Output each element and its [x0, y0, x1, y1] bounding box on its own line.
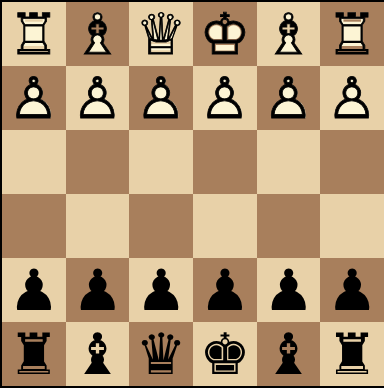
square-r4c3[interactable] [129, 194, 193, 258]
square-r1c3[interactable]: ♛♕ [129, 2, 193, 66]
white-pawn: ♟ [257, 66, 321, 130]
square-r2c6[interactable]: ♟♙ [320, 66, 384, 130]
square-r4c4[interactable] [193, 194, 257, 258]
square-r1c5[interactable]: ♝♗ [257, 2, 321, 66]
white-rook-outline: ♖ [320, 2, 384, 66]
square-r3c3[interactable] [129, 130, 193, 194]
black-pawn: ♟ [2, 258, 66, 322]
black-queen: ♛ [129, 322, 193, 386]
black-pawn: ♟ [257, 258, 321, 322]
square-r3c6[interactable] [320, 130, 384, 194]
square-r1c4[interactable]: ♚♔ [193, 2, 257, 66]
square-r5c5[interactable]: ♟ [257, 258, 321, 322]
square-r4c5[interactable] [257, 194, 321, 258]
black-rook: ♜ [2, 322, 66, 386]
white-bishop: ♝ [66, 2, 130, 66]
square-r3c4[interactable] [193, 130, 257, 194]
square-r2c2[interactable]: ♟♙ [66, 66, 130, 130]
white-pawn-outline: ♙ [320, 66, 384, 130]
white-rook: ♜ [320, 2, 384, 66]
square-r5c4[interactable]: ♟ [193, 258, 257, 322]
black-pawn: ♟ [66, 258, 130, 322]
square-r3c5[interactable] [257, 130, 321, 194]
white-rook: ♜ [2, 2, 66, 66]
square-r5c6[interactable]: ♟ [320, 258, 384, 322]
square-r4c2[interactable] [66, 194, 130, 258]
white-pawn: ♟ [320, 66, 384, 130]
square-r6c1[interactable]: ♜ [2, 322, 66, 386]
white-pawn-outline: ♙ [2, 66, 66, 130]
chess-board: ♜♖♝♗♛♕♚♔♝♗♜♖♟♙♟♙♟♙♟♙♟♙♟♙♟♟♟♟♟♟♜♝♛♚♝♜ [2, 2, 384, 386]
square-r6c2[interactable]: ♝ [66, 322, 130, 386]
white-rook-outline: ♖ [2, 2, 66, 66]
square-r1c6[interactable]: ♜♖ [320, 2, 384, 66]
white-pawn-outline: ♙ [66, 66, 130, 130]
square-r5c2[interactable]: ♟ [66, 258, 130, 322]
square-r2c5[interactable]: ♟♙ [257, 66, 321, 130]
square-r1c1[interactable]: ♜♖ [2, 2, 66, 66]
white-queen: ♛ [129, 2, 193, 66]
square-r2c4[interactable]: ♟♙ [193, 66, 257, 130]
white-bishop-outline: ♗ [66, 2, 130, 66]
square-r3c1[interactable] [2, 130, 66, 194]
white-pawn: ♟ [193, 66, 257, 130]
white-pawn-outline: ♙ [129, 66, 193, 130]
black-king: ♚ [193, 322, 257, 386]
square-r5c3[interactable]: ♟ [129, 258, 193, 322]
white-bishop-outline: ♗ [257, 2, 321, 66]
white-pawn: ♟ [129, 66, 193, 130]
white-bishop: ♝ [257, 2, 321, 66]
black-rook: ♜ [320, 322, 384, 386]
black-bishop: ♝ [66, 322, 130, 386]
white-king-outline: ♔ [193, 2, 257, 66]
white-pawn-outline: ♙ [193, 66, 257, 130]
square-r6c3[interactable]: ♛ [129, 322, 193, 386]
white-king: ♚ [193, 2, 257, 66]
white-pawn-outline: ♙ [257, 66, 321, 130]
square-r2c1[interactable]: ♟♙ [2, 66, 66, 130]
square-r6c4[interactable]: ♚ [193, 322, 257, 386]
square-r2c3[interactable]: ♟♙ [129, 66, 193, 130]
black-pawn: ♟ [320, 258, 384, 322]
square-r6c6[interactable]: ♜ [320, 322, 384, 386]
square-r3c2[interactable] [66, 130, 130, 194]
square-r4c6[interactable] [320, 194, 384, 258]
black-pawn: ♟ [129, 258, 193, 322]
white-queen-outline: ♕ [129, 2, 193, 66]
black-pawn: ♟ [193, 258, 257, 322]
white-pawn: ♟ [66, 66, 130, 130]
board-frame: ♜♖♝♗♛♕♚♔♝♗♜♖♟♙♟♙♟♙♟♙♟♙♟♙♟♟♟♟♟♟♜♝♛♚♝♜ [0, 0, 384, 388]
square-r6c5[interactable]: ♝ [257, 322, 321, 386]
square-r1c2[interactable]: ♝♗ [66, 2, 130, 66]
black-bishop: ♝ [257, 322, 321, 386]
square-r4c1[interactable] [2, 194, 66, 258]
white-pawn: ♟ [2, 66, 66, 130]
square-r5c1[interactable]: ♟ [2, 258, 66, 322]
